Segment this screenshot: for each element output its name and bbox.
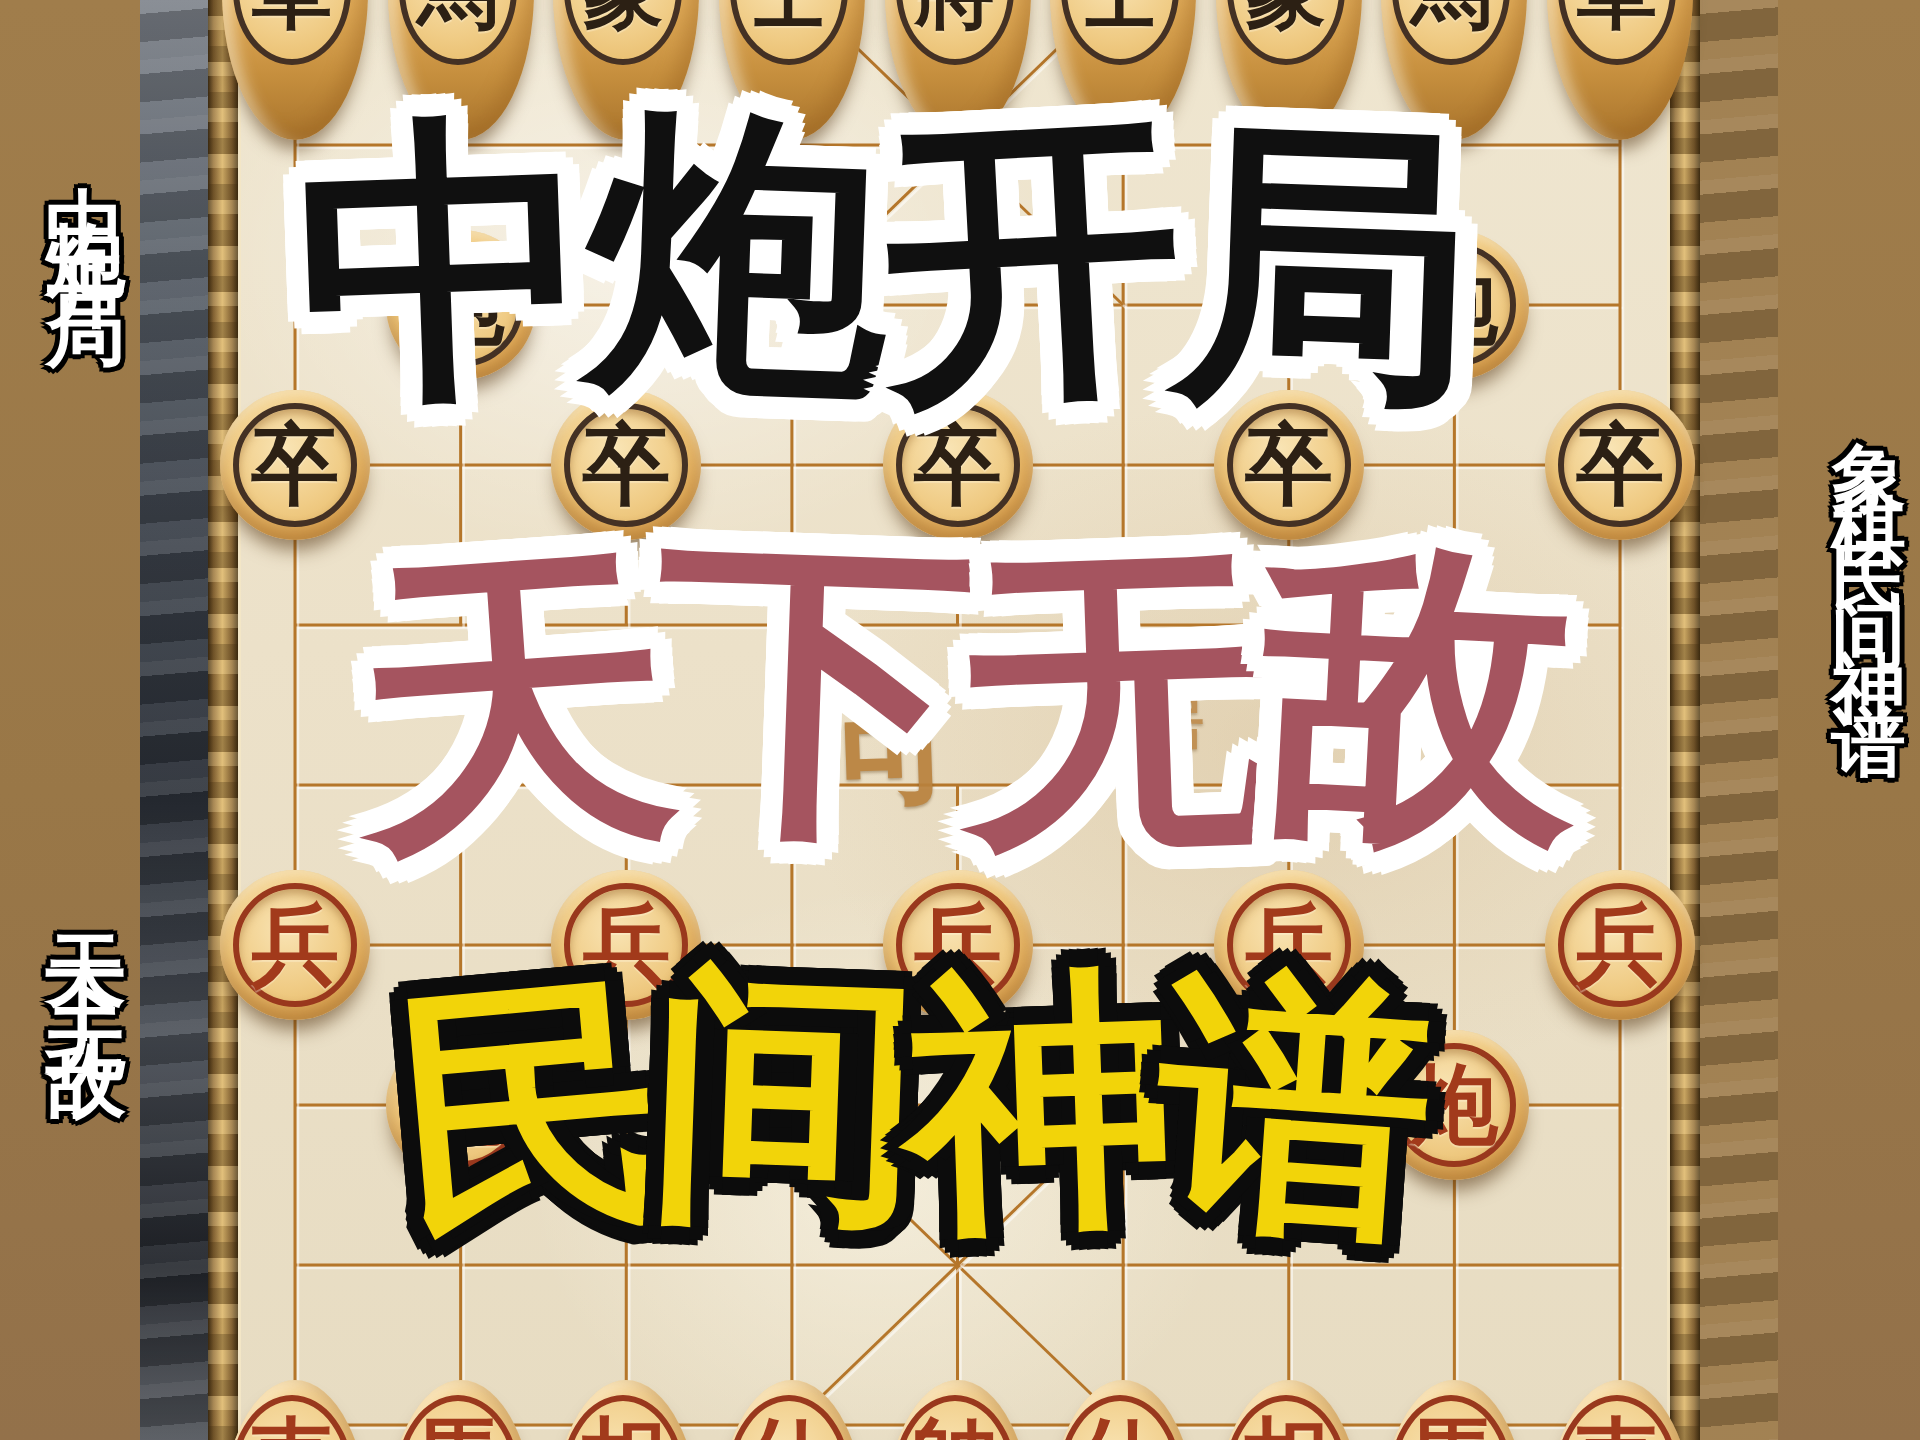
right-margin xyxy=(1778,0,1920,1440)
piece-character: 車 xyxy=(1573,1415,1661,1440)
piece-character: 馬 xyxy=(1411,0,1491,33)
piece-ring: 兵 xyxy=(1558,883,1682,1007)
piece-ring: 兵 xyxy=(233,883,357,1007)
board-frame-left xyxy=(208,0,241,1440)
piece-character: 車 xyxy=(252,0,332,33)
piece-ring: 卒 xyxy=(1558,403,1682,527)
board-frame-right xyxy=(1667,0,1700,1440)
piece-character: 馬 xyxy=(1407,1415,1495,1440)
title-char: 民 xyxy=(388,963,683,1258)
piece-ring: 士 xyxy=(1061,0,1179,65)
piece-character: 相 xyxy=(1242,1415,1330,1440)
piece-character: 士 xyxy=(749,0,829,33)
title-char: 开 xyxy=(874,102,1189,417)
piece-character: 仕 xyxy=(745,1415,833,1440)
piece-character: 士 xyxy=(1080,0,1160,33)
piece-character: 相 xyxy=(579,1415,667,1440)
piece-ring: 象 xyxy=(1227,0,1345,65)
piece-character: 將 xyxy=(915,0,995,33)
piece-character: 馬 xyxy=(414,1415,502,1440)
title-char: 下 xyxy=(651,525,980,854)
piece-ring: 馬 xyxy=(399,0,517,65)
left-caption-bottom: 天下无敌 xyxy=(0,872,140,1016)
title-char: 局 xyxy=(1169,113,1479,423)
piece-ring: 車 xyxy=(1558,0,1676,65)
title-minjian-shenpu: 民间神谱 xyxy=(398,964,1432,1236)
title-char: 炮 xyxy=(583,101,893,411)
piece-ring: 象 xyxy=(564,0,682,65)
piece-character: 帥 xyxy=(911,1415,999,1440)
title-char: 神 xyxy=(901,961,1182,1242)
piece-red-兵-f8r6[interactable]: 兵 xyxy=(1545,870,1695,1020)
piece-red-兵-f0r6[interactable]: 兵 xyxy=(220,870,370,1020)
piece-ring: 將 xyxy=(896,0,1014,65)
title-char: 谱 xyxy=(1150,963,1440,1253)
left-caption-top: 中炮开局 xyxy=(0,122,140,266)
piece-character: 象 xyxy=(1246,0,1326,33)
piece-character: 車 xyxy=(1577,0,1657,33)
title-tianxia-wudi: 天下无敌 xyxy=(356,536,1580,854)
piece-character: 馬 xyxy=(418,0,498,33)
title-char: 敌 xyxy=(1254,526,1588,860)
piece-character: 仕 xyxy=(1076,1415,1164,1440)
piece-character: 兵 xyxy=(251,901,339,989)
title-char: 中 xyxy=(291,109,601,419)
piece-ring: 車 xyxy=(233,0,351,65)
piece-character: 卒 xyxy=(1576,421,1664,509)
title-zhongpao-kaiju: 中炮开局 xyxy=(296,108,1474,408)
piece-ring: 士 xyxy=(730,0,848,65)
piece-character: 卒 xyxy=(582,421,670,509)
left-warrior-artwork xyxy=(140,0,208,1440)
piece-character: 兵 xyxy=(1576,901,1664,989)
title-char: 天 xyxy=(346,533,685,872)
right-caption: 象棋民间神谱 xyxy=(1778,382,1920,694)
title-char: 间 xyxy=(645,955,926,1236)
right-warrior-artwork xyxy=(1700,0,1778,1440)
title-char: 无 xyxy=(955,535,1284,864)
piece-ring: 馬 xyxy=(1392,0,1510,65)
piece-character: 象 xyxy=(583,0,663,33)
piece-character: 車 xyxy=(248,1415,336,1440)
